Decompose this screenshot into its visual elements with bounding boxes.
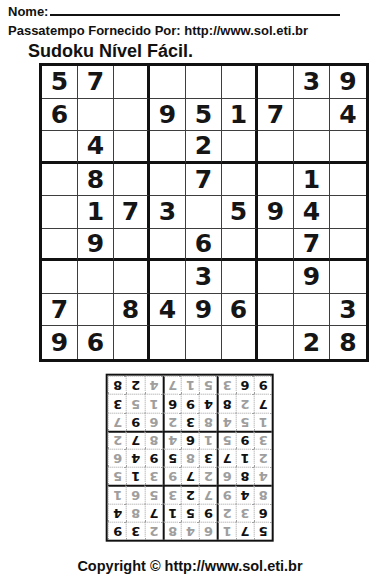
solution-cell: 5 xyxy=(254,522,272,540)
solution-cell: 3 xyxy=(126,522,144,540)
solution-cell: 8 xyxy=(108,376,126,394)
puzzle-cell: 8 xyxy=(78,164,114,197)
solution-cell: 3 xyxy=(217,376,235,394)
puzzle-cell xyxy=(222,164,258,197)
puzzle-cell: 6 xyxy=(186,229,222,262)
solution-cell: 6 xyxy=(163,394,181,412)
solution-cell: 7 xyxy=(126,431,144,449)
solution-cell: 5 xyxy=(126,394,144,412)
puzzle-cell: 8 xyxy=(114,294,150,327)
solution-cell: 5 xyxy=(144,485,162,503)
puzzle-cell xyxy=(42,229,78,262)
name-blank-line xyxy=(50,2,340,16)
solution-cell: 9 xyxy=(181,394,199,412)
copyright-line: Copyright © http://www.sol.eti.br xyxy=(0,558,380,574)
solution-cell: 5 xyxy=(181,503,199,521)
puzzle-cell: 7 xyxy=(114,196,150,229)
puzzle-cell xyxy=(258,164,294,197)
solution-cell: 2 xyxy=(217,503,235,521)
puzzle-cell: 5 xyxy=(42,66,78,99)
puzzle-cell xyxy=(150,131,186,164)
puzzle-cell xyxy=(258,294,294,327)
puzzle-cell: 4 xyxy=(150,294,186,327)
solution-cell: 3 xyxy=(254,431,272,449)
solution-cell: 5 xyxy=(108,467,126,485)
puzzle-cell: 7 xyxy=(42,294,78,327)
solution-cell: 3 xyxy=(235,503,253,521)
solution-cell: 5 xyxy=(163,449,181,467)
worksheet-page: Nome: Passatempo Fornecido Por: http://w… xyxy=(0,0,380,585)
solution-cell: 8 xyxy=(235,467,253,485)
puzzle-cell: 4 xyxy=(294,196,330,229)
puzzle-cell: 4 xyxy=(330,99,366,132)
puzzle-cell xyxy=(294,131,330,164)
solution-cell: 7 xyxy=(108,412,126,430)
solution-cell: 4 xyxy=(108,503,126,521)
solution-cell: 1 xyxy=(235,449,253,467)
solution-cell: 6 xyxy=(235,376,253,394)
solution-cell: 5 xyxy=(199,376,217,394)
solution-cell: 2 xyxy=(144,522,162,540)
puzzle-cell xyxy=(150,66,186,99)
puzzle-cell: 5 xyxy=(222,196,258,229)
solution-cell: 4 xyxy=(163,431,181,449)
solution-cell: 6 xyxy=(217,467,235,485)
solution-cell: 8 xyxy=(254,485,272,503)
solution-cell: 2 xyxy=(163,412,181,430)
puzzle-cell: 3 xyxy=(294,66,330,99)
solution-cell: 1 xyxy=(108,485,126,503)
puzzle-cell: 9 xyxy=(42,326,78,359)
puzzle-cell: 6 xyxy=(222,294,258,327)
puzzle-cell xyxy=(114,131,150,164)
sudoku-solution-grid-rotated: 5716482396329517848497235614862793152173… xyxy=(106,374,274,542)
solution-cell: 1 xyxy=(254,412,272,430)
puzzle-cell xyxy=(78,261,114,294)
puzzle-cell xyxy=(150,164,186,197)
puzzle-cell xyxy=(258,326,294,359)
solution-cell: 9 xyxy=(144,449,162,467)
puzzle-cell xyxy=(222,66,258,99)
solution-cell: 9 xyxy=(235,431,253,449)
puzzle-cell xyxy=(114,261,150,294)
puzzle-cell xyxy=(330,261,366,294)
puzzle-cell: 9 xyxy=(186,294,222,327)
puzzle-cell: 5 xyxy=(186,99,222,132)
solution-cell: 4 xyxy=(199,394,217,412)
puzzle-cell xyxy=(330,164,366,197)
solution-cell: 1 xyxy=(126,467,144,485)
solution-cell: 3 xyxy=(163,485,181,503)
puzzle-cell: 6 xyxy=(42,99,78,132)
solution-cell: 9 xyxy=(199,503,217,521)
solution-cell: 4 xyxy=(235,485,253,503)
puzzle-cell xyxy=(222,326,258,359)
solution-cell: 4 xyxy=(144,376,162,394)
solution-cell: 6 xyxy=(181,431,199,449)
puzzle-cell: 7 xyxy=(294,229,330,262)
solution-cell: 8 xyxy=(217,394,235,412)
puzzle-cell xyxy=(222,131,258,164)
name-row: Nome: xyxy=(8,2,340,19)
solution-cell: 7 xyxy=(235,522,253,540)
solution-cell: 7 xyxy=(163,376,181,394)
puzzle-cell xyxy=(114,99,150,132)
puzzle-cell: 9 xyxy=(258,196,294,229)
puzzle-cell xyxy=(150,261,186,294)
puzzle-cell: 3 xyxy=(186,261,222,294)
puzzle-cell xyxy=(258,229,294,262)
solution-cell: 6 xyxy=(199,522,217,540)
solution-cell: 7 xyxy=(144,503,162,521)
solution-cell: 1 xyxy=(144,394,162,412)
solution-cell: 3 xyxy=(144,467,162,485)
puzzle-cell: 3 xyxy=(150,196,186,229)
puzzle-cell xyxy=(330,131,366,164)
puzzle-cell: 8 xyxy=(330,326,366,359)
puzzle-cell xyxy=(42,196,78,229)
puzzle-cell xyxy=(294,99,330,132)
puzzle-cell xyxy=(330,229,366,262)
solution-cell: 8 xyxy=(126,503,144,521)
solution-cell: 2 xyxy=(181,485,199,503)
solution-cell: 5 xyxy=(217,431,235,449)
solution-cell: 8 xyxy=(144,431,162,449)
puzzle-cell: 2 xyxy=(186,131,222,164)
solution-cell: 4 xyxy=(254,467,272,485)
puzzle-cell: 9 xyxy=(294,261,330,294)
puzzle-cell xyxy=(42,131,78,164)
solution-cell: 4 xyxy=(217,412,235,430)
puzzle-cell xyxy=(150,326,186,359)
puzzle-cell: 9 xyxy=(78,229,114,262)
puzzle-cell: 7 xyxy=(78,66,114,99)
puzzle-cell xyxy=(186,326,222,359)
solution-cell: 9 xyxy=(126,412,144,430)
solution-cell: 6 xyxy=(144,412,162,430)
puzzle-cell xyxy=(222,261,258,294)
puzzle-cell xyxy=(42,164,78,197)
solution-cell: 7 xyxy=(181,467,199,485)
solution-cell: 8 xyxy=(181,449,199,467)
puzzle-cell xyxy=(258,131,294,164)
solution-cell: 7 xyxy=(199,485,217,503)
puzzle-cell: 1 xyxy=(78,196,114,229)
puzzle-cell xyxy=(222,229,258,262)
solution-cell: 4 xyxy=(126,449,144,467)
solution-cell: 6 xyxy=(126,485,144,503)
solution-cell: 3 xyxy=(181,412,199,430)
name-label: Nome: xyxy=(8,4,48,19)
solution-cell: 6 xyxy=(254,503,272,521)
puzzle-cell xyxy=(294,294,330,327)
puzzle-cell: 6 xyxy=(78,326,114,359)
solution-cell: 7 xyxy=(254,394,272,412)
puzzle-cell: 3 xyxy=(330,294,366,327)
puzzle-cell xyxy=(114,164,150,197)
puzzle-cell xyxy=(42,261,78,294)
puzzle-cell xyxy=(150,229,186,262)
puzzle-cell: 1 xyxy=(294,164,330,197)
puzzle-cell: 7 xyxy=(186,164,222,197)
solution-cell: 2 xyxy=(108,431,126,449)
puzzle-cell xyxy=(78,99,114,132)
page-title: Sudoku Nível Fácil. xyxy=(28,41,193,62)
solution-cell: 7 xyxy=(217,449,235,467)
solution-cell: 5 xyxy=(235,412,253,430)
sudoku-puzzle-grid: 573969517442871173594967397849639628 xyxy=(39,63,369,362)
solution-cell: 8 xyxy=(163,522,181,540)
puzzle-cell xyxy=(186,66,222,99)
solution-cell: 2 xyxy=(254,449,272,467)
puzzle-cell xyxy=(114,66,150,99)
solution-cell: 1 xyxy=(199,431,217,449)
puzzle-cell: 9 xyxy=(150,99,186,132)
puzzle-cell: 4 xyxy=(78,131,114,164)
puzzle-cell xyxy=(78,294,114,327)
puzzle-cell xyxy=(258,66,294,99)
solution-cell: 2 xyxy=(199,467,217,485)
solution-cell: 9 xyxy=(254,376,272,394)
solution-cell: 1 xyxy=(217,522,235,540)
solution-cell: 6 xyxy=(108,449,126,467)
solution-cell: 2 xyxy=(126,376,144,394)
puzzle-cell xyxy=(258,261,294,294)
puzzle-cell xyxy=(186,196,222,229)
puzzle-cell: 7 xyxy=(258,99,294,132)
solution-cell: 4 xyxy=(181,522,199,540)
solution-cell: 2 xyxy=(235,394,253,412)
provider-line: Passatempo Fornecido Por: http://www.sol… xyxy=(8,23,308,38)
solution-cell: 3 xyxy=(108,394,126,412)
solution-cell: 9 xyxy=(163,467,181,485)
puzzle-cell: 2 xyxy=(294,326,330,359)
puzzle-cell: 1 xyxy=(222,99,258,132)
puzzle-cell: 9 xyxy=(330,66,366,99)
solution-cell: 9 xyxy=(217,485,235,503)
solution-cell: 1 xyxy=(163,503,181,521)
solution-cell: 8 xyxy=(199,412,217,430)
solution-cell: 9 xyxy=(108,522,126,540)
solution-cell: 1 xyxy=(181,376,199,394)
puzzle-cell xyxy=(114,326,150,359)
solution-cell: 3 xyxy=(199,449,217,467)
puzzle-cell xyxy=(330,196,366,229)
puzzle-cell xyxy=(114,229,150,262)
